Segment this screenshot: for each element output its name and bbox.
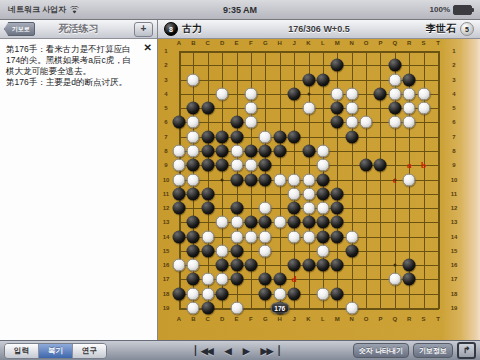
white-stone[interactable]	[388, 116, 401, 129]
white-player-stone-icon: 5	[460, 22, 474, 36]
black-stone[interactable]	[331, 59, 344, 72]
variation-marker-d[interactable]: d	[292, 274, 297, 284]
black-stone[interactable]	[187, 273, 200, 286]
col-label-top: S	[422, 40, 426, 46]
wifi-icon	[69, 6, 80, 14]
black-stone[interactable]	[331, 102, 344, 115]
black-stone[interactable]	[302, 216, 315, 229]
col-label-bottom: F	[249, 316, 253, 322]
white-stone[interactable]	[230, 144, 243, 157]
back-button[interactable]: 기보로	[4, 22, 35, 36]
black-stone[interactable]	[331, 259, 344, 272]
row-label-left: 9	[164, 162, 167, 168]
board-panel: 8 古力 176/306 W+0.5 李世石 5 AABBCCDDEEFFGGH…	[158, 20, 480, 340]
black-stone[interactable]	[187, 102, 200, 115]
black-stone[interactable]	[345, 244, 358, 257]
row-label-left: 4	[164, 91, 167, 97]
black-stone[interactable]	[403, 259, 416, 272]
col-label-bottom: D	[220, 316, 224, 322]
row-label-right: 12	[451, 205, 458, 211]
row-label-left: 14	[163, 234, 170, 240]
black-stone[interactable]	[216, 287, 229, 300]
white-stone[interactable]	[216, 216, 229, 229]
white-stone[interactable]	[244, 87, 257, 100]
first-move-icon[interactable]: ▏◀◀	[195, 346, 213, 356]
black-stone[interactable]	[230, 202, 243, 215]
white-stone[interactable]	[187, 302, 200, 315]
black-stone[interactable]	[316, 216, 329, 229]
black-stone[interactable]	[259, 144, 272, 157]
black-stone[interactable]	[331, 116, 344, 129]
col-label-top: R	[407, 40, 411, 46]
row-label-right: 13	[451, 219, 458, 225]
col-label-bottom: A	[177, 316, 181, 322]
white-stone[interactable]	[316, 159, 329, 172]
black-stone[interactable]	[187, 244, 200, 257]
white-stone[interactable]	[187, 130, 200, 143]
bottom-toolbar: 입력 복기 연구 ▏◀◀ ◀ ▶ ▶▶▕ 숫자 나타내기 기보정보 ↱	[0, 340, 480, 360]
black-stone[interactable]	[331, 187, 344, 200]
row-label-right: 5	[452, 105, 455, 111]
white-stone[interactable]	[345, 116, 358, 129]
white-stone[interactable]	[302, 173, 315, 186]
black-stone[interactable]	[331, 287, 344, 300]
white-stone[interactable]	[230, 216, 243, 229]
black-stone[interactable]	[201, 202, 214, 215]
row-label-left: 17	[163, 276, 170, 282]
white-stone[interactable]	[244, 230, 257, 243]
black-stone[interactable]	[288, 259, 301, 272]
black-stone[interactable]	[316, 173, 329, 186]
white-stone[interactable]	[187, 73, 200, 86]
white-stone[interactable]	[259, 130, 272, 143]
black-stone[interactable]	[230, 173, 243, 186]
carrier-label: 네트워크 사업자	[8, 4, 66, 15]
go-app-window: 네트워크 사업자 9:35 AM 100% 기보로 死活练习 + ✕ 第176手…	[0, 0, 480, 360]
tab-review[interactable]: 복기	[39, 344, 73, 358]
status-bar: 네트워크 사업자 9:35 AM 100%	[0, 0, 480, 20]
white-stone[interactable]	[187, 144, 200, 157]
row-label-left: 18	[163, 291, 170, 297]
black-stone[interactable]	[201, 102, 214, 115]
battery-icon	[453, 5, 472, 15]
black-stone[interactable]	[302, 73, 315, 86]
black-stone[interactable]	[288, 202, 301, 215]
black-stone[interactable]	[259, 273, 272, 286]
white-stone[interactable]	[302, 102, 315, 115]
white-stone[interactable]	[316, 144, 329, 157]
white-stone[interactable]	[216, 87, 229, 100]
black-stone[interactable]	[230, 130, 243, 143]
col-label-top: Q	[393, 40, 398, 46]
black-stone[interactable]	[316, 230, 329, 243]
black-stone[interactable]	[244, 173, 257, 186]
black-stone[interactable]	[374, 159, 387, 172]
black-stone[interactable]	[259, 216, 272, 229]
row-label-left: 13	[163, 219, 170, 225]
black-stone[interactable]	[273, 130, 286, 143]
white-stone[interactable]	[173, 173, 186, 186]
white-stone[interactable]	[216, 273, 229, 286]
col-label-bottom: E	[235, 316, 239, 322]
black-stone[interactable]	[230, 259, 243, 272]
col-label-top: B	[191, 40, 195, 46]
white-stone[interactable]	[388, 87, 401, 100]
row-label-right: 14	[451, 234, 458, 240]
variation-marker-a[interactable]: a	[407, 160, 412, 170]
black-stone[interactable]	[259, 287, 272, 300]
star-point	[307, 92, 310, 95]
white-stone[interactable]	[360, 116, 373, 129]
black-player-name: 古力	[182, 22, 202, 36]
comment-area: ✕ 第176手：看来古力是不打算应白174的尖。黑棋如果考a后c虎，白棋大龙可能…	[0, 39, 157, 93]
star-point	[221, 178, 224, 181]
black-stone[interactable]	[316, 73, 329, 86]
white-stone[interactable]	[345, 230, 358, 243]
white-stone[interactable]	[187, 287, 200, 300]
white-stone[interactable]	[316, 287, 329, 300]
row-label-left: 19	[163, 305, 170, 311]
black-stone[interactable]	[201, 244, 214, 257]
col-label-top: A	[177, 40, 181, 46]
black-stone[interactable]	[403, 273, 416, 286]
row-label-right: 6	[452, 119, 455, 125]
white-stone[interactable]	[187, 259, 200, 272]
black-stone[interactable]	[201, 302, 214, 315]
black-stone[interactable]	[388, 102, 401, 115]
black-stone[interactable]	[187, 187, 200, 200]
row-label-right: 7	[452, 134, 455, 140]
black-stone[interactable]	[288, 216, 301, 229]
col-label-bottom: B	[191, 316, 195, 322]
col-label-bottom: H	[278, 316, 282, 322]
go-board[interactable]: AABBCCDDEEFFGGHHJJKKLLMMNNOOPPQQRRSSTT11…	[158, 39, 480, 340]
col-label-top: D	[220, 40, 224, 46]
white-stone[interactable]	[288, 230, 301, 243]
black-stone[interactable]	[288, 287, 301, 300]
col-label-bottom: M	[335, 316, 340, 322]
col-label-top: N	[350, 40, 354, 46]
white-stone[interactable]	[259, 244, 272, 257]
white-stone[interactable]	[259, 230, 272, 243]
row-label-right: 11	[451, 191, 457, 197]
col-label-top: F	[249, 40, 253, 46]
white-stone[interactable]	[173, 259, 186, 272]
last-move-icon[interactable]: ▶▶▕	[261, 346, 279, 356]
white-stone[interactable]	[273, 173, 286, 186]
white-stone[interactable]	[230, 230, 243, 243]
black-stone[interactable]	[259, 173, 272, 186]
row-label-left: 12	[163, 205, 170, 211]
black-stone[interactable]	[244, 144, 257, 157]
white-stone[interactable]	[345, 102, 358, 115]
black-stone[interactable]	[230, 273, 243, 286]
star-point	[393, 264, 396, 267]
last-move-badge: 176	[270, 303, 289, 314]
row-label-left: 5	[164, 105, 167, 111]
black-stone[interactable]	[331, 202, 344, 215]
black-stone[interactable]	[331, 216, 344, 229]
col-label-top: J	[292, 40, 295, 46]
black-stone[interactable]	[288, 87, 301, 100]
comment-text-2: 第176手：主要是d的断点讨厌。	[6, 77, 139, 88]
show-numbers-button[interactable]: 숫자 나타내기	[353, 343, 409, 358]
black-stone[interactable]	[173, 187, 186, 200]
row-label-right: 1	[452, 48, 455, 54]
row-label-left: 1	[164, 48, 167, 54]
left-header: 기보로 死活练习 +	[0, 20, 157, 39]
white-stone[interactable]	[187, 173, 200, 186]
black-stone[interactable]	[388, 59, 401, 72]
col-label-top: L	[321, 40, 325, 46]
black-stone[interactable]	[259, 159, 272, 172]
black-player-stone-icon: 8	[164, 22, 178, 36]
row-label-right: 17	[451, 276, 458, 282]
comment-text-1: 第176手：看来古力是不打算应白174的尖。黑棋如果考a后c虎，白棋大龙可能要全…	[6, 44, 139, 77]
black-stone[interactable]	[244, 259, 257, 272]
white-stone[interactable]	[173, 159, 186, 172]
black-stone[interactable]	[273, 273, 286, 286]
col-label-top: T	[436, 40, 440, 46]
next-move-icon[interactable]: ▶	[243, 346, 249, 356]
row-label-left: 8	[164, 148, 167, 154]
black-stone[interactable]	[173, 116, 186, 129]
black-stone[interactable]	[288, 130, 301, 143]
white-stone[interactable]	[388, 273, 401, 286]
white-stone[interactable]	[216, 244, 229, 257]
black-stone[interactable]	[216, 130, 229, 143]
white-stone[interactable]	[417, 87, 430, 100]
white-stone[interactable]	[388, 73, 401, 86]
tab-input[interactable]: 입력	[5, 344, 39, 358]
black-stone[interactable]	[244, 216, 257, 229]
white-stone[interactable]	[345, 302, 358, 315]
col-label-bottom: N	[350, 316, 354, 322]
row-label-left: 3	[164, 77, 167, 83]
row-label-left: 16	[163, 262, 170, 268]
col-label-bottom: Q	[393, 316, 398, 322]
white-stone[interactable]	[201, 287, 214, 300]
black-stone[interactable]	[187, 159, 200, 172]
white-stone[interactable]	[403, 87, 416, 100]
white-stone[interactable]	[316, 244, 329, 257]
row-label-left: 11	[163, 191, 169, 197]
white-stone[interactable]	[302, 202, 315, 215]
game-info-button[interactable]: 기보정보	[413, 343, 453, 358]
black-stone[interactable]	[302, 144, 315, 157]
row-label-right: 10	[451, 177, 458, 183]
row-label-right: 3	[452, 77, 455, 83]
black-stone[interactable]	[187, 230, 200, 243]
white-stone[interactable]	[403, 116, 416, 129]
col-label-top: E	[235, 40, 239, 46]
black-stone[interactable]	[302, 259, 315, 272]
white-stone[interactable]	[244, 116, 257, 129]
black-stone[interactable]	[360, 159, 373, 172]
battery-percent: 100%	[430, 5, 450, 14]
white-stone[interactable]	[316, 202, 329, 215]
row-label-right: 15	[451, 248, 458, 254]
black-stone[interactable]	[230, 116, 243, 129]
variation-marker-b[interactable]: b	[421, 160, 426, 170]
white-stone[interactable]	[244, 102, 257, 115]
col-label-bottom: R	[407, 316, 411, 322]
col-label-top: H	[278, 40, 282, 46]
col-label-bottom: C	[206, 316, 210, 322]
row-label-left: 15	[163, 248, 170, 254]
mode-segmented-control: 입력 복기 연구	[4, 343, 107, 359]
col-label-bottom: P	[378, 316, 382, 322]
white-stone[interactable]	[345, 87, 358, 100]
white-stone[interactable]	[230, 302, 243, 315]
row-label-right: 2	[452, 62, 455, 68]
black-stone[interactable]	[331, 230, 344, 243]
col-label-bottom: O	[364, 316, 369, 322]
black-stone[interactable]	[216, 159, 229, 172]
comment-panel: 기보로 死活练习 + ✕ 第176手：看来古力是不打算应白174的尖。黑棋如果考…	[0, 20, 158, 340]
add-button[interactable]: +	[134, 22, 153, 37]
white-stone[interactable]	[187, 116, 200, 129]
black-stone[interactable]	[201, 159, 214, 172]
black-stone[interactable]	[316, 259, 329, 272]
grid-vline	[366, 51, 367, 309]
black-stone[interactable]	[230, 244, 243, 257]
white-stone[interactable]	[244, 159, 257, 172]
share-icon[interactable]: ↱	[457, 342, 476, 359]
playback-controls: ▏◀◀ ◀ ▶ ▶▶▕	[195, 346, 278, 356]
close-icon[interactable]: ✕	[144, 42, 152, 53]
white-player-name: 李世石	[426, 22, 456, 36]
col-label-top: C	[206, 40, 210, 46]
white-stone[interactable]	[259, 202, 272, 215]
col-label-bottom: J	[292, 316, 295, 322]
row-label-left: 2	[164, 62, 167, 68]
white-stone[interactable]	[288, 173, 301, 186]
white-stone[interactable]	[201, 273, 214, 286]
grid-vline	[438, 51, 440, 309]
black-stone[interactable]	[374, 87, 387, 100]
col-label-bottom: L	[321, 316, 325, 322]
black-stone[interactable]	[173, 202, 186, 215]
white-stone[interactable]	[403, 173, 416, 186]
col-label-top: K	[306, 40, 310, 46]
row-label-right: 18	[451, 291, 458, 297]
black-stone[interactable]	[173, 230, 186, 243]
black-stone[interactable]	[216, 259, 229, 272]
col-label-bottom: G	[263, 316, 268, 322]
game-header: 8 古力 176/306 W+0.5 李世石 5	[158, 20, 480, 39]
black-stone[interactable]	[201, 187, 214, 200]
tab-study[interactable]: 연구	[73, 344, 106, 358]
col-label-top: P	[378, 40, 382, 46]
black-stone[interactable]	[173, 287, 186, 300]
black-stone[interactable]	[201, 130, 214, 143]
black-stone[interactable]	[345, 130, 358, 143]
grid-hline	[179, 308, 439, 310]
white-stone[interactable]	[288, 187, 301, 200]
white-stone[interactable]	[417, 102, 430, 115]
white-stone[interactable]	[201, 230, 214, 243]
black-stone[interactable]	[216, 144, 229, 157]
white-stone[interactable]	[302, 187, 315, 200]
black-stone[interactable]	[316, 187, 329, 200]
black-stone[interactable]	[187, 216, 200, 229]
col-label-top: G	[263, 40, 268, 46]
row-label-left: 10	[163, 177, 170, 183]
row-label-right: 8	[452, 148, 455, 154]
row-label-right: 19	[451, 305, 458, 311]
col-label-top: M	[335, 40, 340, 46]
col-label-bottom: T	[436, 316, 440, 322]
row-label-right: 4	[452, 91, 455, 97]
row-label-left: 7	[164, 134, 167, 140]
white-stone[interactable]	[331, 87, 344, 100]
row-label-left: 6	[164, 119, 167, 125]
black-stone[interactable]	[273, 144, 286, 157]
white-stone[interactable]	[273, 287, 286, 300]
black-stone[interactable]	[201, 144, 214, 157]
row-label-right: 16	[451, 262, 458, 268]
white-stone[interactable]	[173, 144, 186, 157]
black-stone[interactable]	[403, 73, 416, 86]
white-stone[interactable]	[230, 159, 243, 172]
prev-move-icon[interactable]: ◀	[225, 346, 231, 356]
col-label-bottom: S	[422, 316, 426, 322]
white-stone[interactable]	[302, 230, 315, 243]
white-stone[interactable]	[403, 102, 416, 115]
col-label-top: O	[364, 40, 369, 46]
col-label-bottom: K	[306, 316, 310, 322]
variation-marker-c[interactable]: c	[393, 175, 397, 185]
row-label-right: 9	[452, 162, 455, 168]
white-stone[interactable]	[273, 216, 286, 229]
